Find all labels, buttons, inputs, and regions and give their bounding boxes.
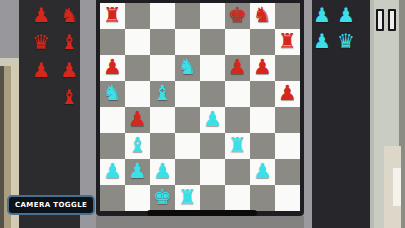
tray-slot: ♟ — [334, 3, 358, 29]
cyan-bishop[interactable]: ♝ — [128, 135, 147, 156]
red-rook[interactable]: ♜ — [103, 5, 122, 26]
right-door-light — [393, 168, 401, 206]
cyan-bishop[interactable]: ♝ — [153, 83, 172, 104]
square-r4c2[interactable] — [125, 81, 150, 107]
board-frame: ♜♚♞♜♟♞♟♟♞♝♟♟♟♝♜♟♟♟♟♚♜ — [96, 0, 304, 216]
square-r6c7[interactable] — [250, 133, 275, 159]
captured-red-pawn: ♟ — [60, 60, 78, 80]
square-r6c5[interactable] — [200, 133, 225, 159]
camera-toggle-button[interactable]: CAMERA TOGGLE — [7, 195, 95, 215]
square-r8c2[interactable] — [125, 185, 150, 211]
square-r2c3[interactable] — [150, 29, 175, 55]
square-r5c7[interactable] — [250, 107, 275, 133]
left-door-frame — [0, 58, 19, 66]
square-r1c6[interactable]: ♚ — [225, 3, 250, 29]
cyan-knight[interactable]: ♞ — [178, 57, 197, 78]
square-r1c5[interactable] — [200, 3, 225, 29]
square-r6c4[interactable] — [175, 133, 200, 159]
pause-button[interactable] — [376, 9, 396, 31]
captured-cyan-pawn: ♟ — [313, 31, 331, 51]
square-r2c4[interactable] — [175, 29, 200, 55]
square-r6c6[interactable]: ♜ — [225, 133, 250, 159]
square-r8c4[interactable]: ♜ — [175, 185, 200, 211]
square-r2c8[interactable]: ♜ — [275, 29, 300, 55]
square-r3c1[interactable]: ♟ — [100, 55, 125, 81]
square-r4c5[interactable] — [200, 81, 225, 107]
red-rook[interactable]: ♜ — [278, 31, 297, 52]
captured-cyan-pawn: ♟ — [313, 5, 331, 25]
square-r4c1[interactable]: ♞ — [100, 81, 125, 107]
tray-slot: ♟ — [27, 57, 55, 85]
square-r2c7[interactable] — [250, 29, 275, 55]
square-r6c2[interactable]: ♝ — [125, 133, 150, 159]
square-r5c8[interactable] — [275, 107, 300, 133]
tray-slot: ♟ — [310, 3, 334, 29]
square-r3c7[interactable]: ♟ — [250, 55, 275, 81]
cyan-knight[interactable]: ♞ — [103, 83, 122, 104]
tray-slot: ♛ — [27, 30, 55, 58]
cyan-king[interactable]: ♚ — [153, 187, 172, 208]
square-r7c1[interactable]: ♟ — [100, 159, 125, 185]
square-r3c5[interactable] — [200, 55, 225, 81]
square-r1c7[interactable]: ♞ — [250, 3, 275, 29]
cyan-pawn[interactable]: ♟ — [103, 161, 122, 182]
tray-slot: ♝ — [55, 85, 83, 113]
square-r8c1[interactable] — [100, 185, 125, 211]
tray-slot: ♝ — [55, 30, 83, 58]
square-r4c8[interactable]: ♟ — [275, 81, 300, 107]
square-r3c8[interactable] — [275, 55, 300, 81]
square-r2c5[interactable] — [200, 29, 225, 55]
captured-cyan-pawn: ♟ — [337, 5, 355, 25]
square-r6c1[interactable] — [100, 133, 125, 159]
tray-slot: ♟ — [27, 2, 55, 30]
square-r7c5[interactable] — [200, 159, 225, 185]
square-r5c6[interactable] — [225, 107, 250, 133]
square-r3c6[interactable]: ♟ — [225, 55, 250, 81]
tray-slot: ♛ — [334, 29, 358, 55]
square-r5c5[interactable]: ♟ — [200, 107, 225, 133]
square-r8c7[interactable] — [250, 185, 275, 211]
square-r8c8[interactable] — [275, 185, 300, 211]
cyan-pawn[interactable]: ♟ — [253, 161, 272, 182]
square-r3c2[interactable] — [125, 55, 150, 81]
square-r2c6[interactable] — [225, 29, 250, 55]
pause-icon — [376, 9, 384, 31]
red-king[interactable]: ♚ — [228, 5, 247, 26]
square-r5c3[interactable] — [150, 107, 175, 133]
square-r6c8[interactable] — [275, 133, 300, 159]
square-r2c1[interactable] — [100, 29, 125, 55]
captured-cyan-queen: ♛ — [337, 31, 355, 51]
captured-red-queen: ♛ — [32, 32, 50, 52]
tray-slot: ♟ — [310, 29, 334, 55]
square-r8c6[interactable] — [225, 185, 250, 211]
red-knight[interactable]: ♞ — [253, 5, 272, 26]
square-r7c7[interactable]: ♟ — [250, 159, 275, 185]
red-pawn[interactable]: ♟ — [103, 57, 122, 78]
square-r2c2[interactable] — [125, 29, 150, 55]
square-r7c3[interactable]: ♟ — [150, 159, 175, 185]
tray-slot: ♞ — [55, 2, 83, 30]
square-r4c6[interactable] — [225, 81, 250, 107]
cyan-pawn[interactable]: ♟ — [153, 161, 172, 182]
cyan-rook[interactable]: ♜ — [178, 187, 197, 208]
square-r5c1[interactable] — [100, 107, 125, 133]
square-r7c6[interactable] — [225, 159, 250, 185]
square-r5c2[interactable]: ♟ — [125, 107, 150, 133]
cyan-pawn[interactable]: ♟ — [203, 109, 222, 130]
red-pawn[interactable]: ♟ — [228, 57, 247, 78]
square-r6c3[interactable] — [150, 133, 175, 159]
game-screen: ♟♞♛♝♟♟♝ ♟♟♟♛ ♜♚♞♜♟♞♟♟♞♝♟♟♟♝♜♟♟♟♟♚♜ CAMER… — [0, 0, 405, 228]
chess-board: ♜♚♞♜♟♞♟♟♞♝♟♟♟♝♜♟♟♟♟♚♜ — [100, 3, 300, 211]
captured-red-pawn: ♟ — [32, 60, 50, 80]
captured-red-knight: ♞ — [60, 5, 78, 25]
square-r7c2[interactable]: ♟ — [125, 159, 150, 185]
tray-slot: ♟ — [55, 57, 83, 85]
square-r4c3[interactable]: ♝ — [150, 81, 175, 107]
captured-cyan-pieces-tray: ♟♟♟♛ — [310, 3, 358, 55]
square-r7c8[interactable] — [275, 159, 300, 185]
square-r8c3[interactable]: ♚ — [150, 185, 175, 211]
red-pawn[interactable]: ♟ — [278, 83, 297, 104]
red-pawn[interactable]: ♟ — [128, 109, 147, 130]
square-r1c2[interactable] — [125, 3, 150, 29]
square-r1c4[interactable] — [175, 3, 200, 29]
square-r4c7[interactable] — [250, 81, 275, 107]
cyan-rook[interactable]: ♜ — [228, 135, 247, 156]
red-pawn[interactable]: ♟ — [253, 57, 272, 78]
captured-red-pawn: ♟ — [32, 5, 50, 25]
captured-red-bishop: ♝ — [60, 32, 78, 52]
square-r4c4[interactable] — [175, 81, 200, 107]
square-r8c5[interactable] — [200, 185, 225, 211]
captured-red-pieces-tray: ♟♞♛♝♟♟♝ — [27, 2, 83, 112]
square-r7c4[interactable] — [175, 159, 200, 185]
square-r1c1[interactable]: ♜ — [100, 3, 125, 29]
cyan-pawn[interactable]: ♟ — [128, 161, 147, 182]
floor — [96, 216, 304, 228]
square-r5c4[interactable] — [175, 107, 200, 133]
tray-slot — [27, 85, 55, 113]
captured-red-bishop: ♝ — [60, 87, 78, 107]
pause-icon — [388, 9, 396, 31]
square-r3c4[interactable]: ♞ — [175, 55, 200, 81]
square-r1c3[interactable] — [150, 3, 175, 29]
square-r3c3[interactable] — [150, 55, 175, 81]
board-stand-shadow — [147, 210, 257, 216]
square-r1c8[interactable] — [275, 3, 300, 29]
